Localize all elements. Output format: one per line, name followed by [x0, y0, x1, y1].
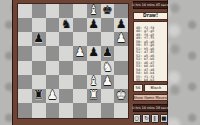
move-entry-text: 53: b6-b5	[136, 66, 154, 68]
square-g1[interactable]	[101, 103, 115, 117]
square-c6[interactable]	[46, 32, 60, 46]
square-d7[interactable]: ♞	[59, 18, 73, 32]
move-status-row: 56 Black	[133, 84, 168, 92]
square-a4[interactable]	[18, 61, 32, 75]
square-a3[interactable]	[18, 75, 32, 89]
square-d5[interactable]	[59, 46, 73, 60]
black-pawn-h7[interactable]: ♟	[114, 17, 128, 31]
square-a8[interactable]	[18, 4, 32, 18]
square-a5[interactable]	[18, 46, 32, 60]
white-clock-text: 0 hrs 14 mins 45 secs	[132, 3, 168, 7]
square-f4[interactable]	[87, 61, 101, 75]
show-game-moves-label: Show Game Moves	[134, 95, 167, 99]
move-entry-text: 51: d7-d5	[136, 52, 154, 54]
square-a2[interactable]	[18, 89, 32, 103]
draw-button[interactable]: Draw!	[133, 12, 168, 20]
square-h8[interactable]	[114, 4, 128, 18]
square-d8[interactable]	[59, 4, 73, 18]
record-button[interactable]: ○	[133, 114, 141, 124]
chess-board[interactable]: ♝♚♞♟♟♟♟♟♟♟♞♝♟♜♟♜♚	[17, 3, 129, 119]
square-d6[interactable]	[59, 32, 73, 46]
move-list[interactable]: 48: f2-f448: g7-g549: f4-g549: f7-f550: …	[133, 21, 168, 82]
move-number-box: 56	[133, 84, 143, 92]
white-bishop-f3[interactable]: ♝	[87, 74, 101, 88]
square-e8[interactable]	[73, 4, 87, 18]
side-panel: 0 hrs 14 mins 45 secs Draw! 48: f2-f448:…	[132, 0, 169, 125]
square-d3[interactable]	[59, 75, 73, 89]
square-e5[interactable]: ♟	[73, 46, 87, 60]
white-pawn-e5[interactable]: ♟	[73, 45, 87, 59]
move-entry-text: 50: h7-g6	[136, 45, 154, 47]
white-rook-f2[interactable]: ♜	[87, 88, 101, 102]
stop-button[interactable]: ■	[160, 114, 168, 124]
black-king-g8[interactable]: ♚	[101, 3, 115, 17]
square-h5[interactable]	[114, 46, 128, 60]
square-c3[interactable]	[46, 75, 60, 89]
square-g8[interactable]: ♚	[101, 4, 115, 18]
square-d4[interactable]	[59, 61, 73, 75]
black-pawn-b6[interactable]: ♟	[32, 31, 46, 45]
square-f1[interactable]	[87, 103, 101, 117]
square-g5[interactable]: ♟	[101, 46, 115, 60]
square-c2[interactable]: ♟	[46, 89, 60, 103]
square-h3[interactable]	[114, 75, 128, 89]
pause-icon: ‖	[154, 116, 157, 121]
square-h7[interactable]: ♟	[114, 18, 128, 32]
black-knight-d7[interactable]: ♞	[59, 17, 73, 31]
side-to-move-box: Black	[144, 84, 168, 92]
square-e2[interactable]	[73, 89, 87, 103]
square-c5[interactable]	[46, 46, 60, 60]
record-icon: ○	[135, 116, 140, 121]
square-c8[interactable]	[46, 4, 60, 18]
square-f8[interactable]: ♝	[87, 4, 101, 18]
black-pawn-f5[interactable]: ♟	[87, 45, 101, 59]
square-d1[interactable]	[59, 103, 73, 117]
square-c7[interactable]	[46, 18, 60, 32]
white-pawn-g3[interactable]: ♟	[101, 74, 115, 88]
move-entry-text: 54: b5-b4	[136, 73, 154, 75]
square-c4[interactable]	[46, 61, 60, 75]
draw-label: Draw!	[143, 13, 158, 18]
move-entry-text: 48: g7-g5	[136, 31, 154, 33]
black-clock: 0 hrs 14 mins 38 secs	[133, 104, 168, 112]
white-king-h2[interactable]: ♚	[114, 88, 128, 102]
square-a7[interactable]	[18, 18, 32, 32]
show-game-moves-button[interactable]: Show Game Moves	[133, 94, 168, 102]
square-f3[interactable]: ♝	[87, 75, 101, 89]
square-h6[interactable]: ♟	[114, 32, 128, 46]
square-g6[interactable]	[101, 32, 115, 46]
square-b4[interactable]	[32, 61, 46, 75]
square-e4[interactable]	[73, 61, 87, 75]
white-knight-g4[interactable]: ♞	[101, 60, 115, 74]
square-c1[interactable]	[46, 103, 60, 117]
square-g2[interactable]	[101, 89, 115, 103]
square-b6[interactable]: ♟	[32, 32, 46, 46]
move-number: 56	[135, 86, 140, 91]
square-e6[interactable]	[73, 32, 87, 46]
white-bishop-f8[interactable]: ♝	[87, 3, 101, 17]
square-h4[interactable]	[114, 61, 128, 75]
square-f7[interactable]: ♟	[87, 18, 101, 32]
square-g7[interactable]	[101, 18, 115, 32]
square-f5[interactable]: ♟	[87, 46, 101, 60]
square-a1[interactable]	[18, 103, 32, 117]
chess-app-window: ♝♚♞♟♟♟♟♟♟♟♞♝♟♜♟♜♚ 0 hrs 14 mins 45 secs …	[12, 0, 168, 125]
square-d2[interactable]	[59, 89, 73, 103]
white-clock: 0 hrs 14 mins 45 secs	[133, 1, 168, 9]
replay-button[interactable]: ↻	[142, 114, 150, 124]
square-b3[interactable]	[32, 75, 46, 89]
square-h2[interactable]: ♚	[114, 89, 128, 103]
square-h1[interactable]	[114, 103, 128, 117]
black-pawn-f7[interactable]: ♟	[87, 17, 101, 31]
square-e3[interactable]	[73, 75, 87, 89]
stop-icon: ■	[161, 116, 166, 121]
move-entry-text: 52: b7-b6	[136, 59, 154, 61]
side-to-move: Black	[151, 86, 162, 91]
square-g3[interactable]: ♟	[101, 75, 115, 89]
square-e7[interactable]	[73, 18, 87, 32]
black-clock-text: 0 hrs 14 mins 38 secs	[132, 106, 168, 110]
move-entry-text: 49: f7-f5	[136, 38, 154, 40]
desktop: ♝♚♞♟♟♟♟♟♟♟♞♝♟♜♟♜♚ 0 hrs 14 mins 45 secs …	[0, 0, 200, 125]
square-f2[interactable]: ♜	[87, 89, 101, 103]
square-f6[interactable]	[87, 32, 101, 46]
square-b2[interactable]: ♜	[32, 89, 46, 103]
square-b1[interactable]	[32, 103, 46, 117]
playback-controls: ○↻‖■	[133, 114, 168, 124]
pause-button[interactable]: ‖	[151, 114, 159, 124]
square-e1[interactable]	[73, 103, 87, 117]
black-pawn-g5[interactable]: ♟	[101, 45, 115, 59]
square-g4[interactable]: ♞	[101, 61, 115, 75]
black-rook-b2[interactable]: ♜	[32, 88, 46, 102]
white-pawn-h6[interactable]: ♟	[114, 31, 128, 45]
replay-icon: ↻	[144, 116, 149, 121]
square-b8[interactable]	[32, 4, 46, 18]
square-a6[interactable]	[18, 32, 32, 46]
white-pawn-c2[interactable]: ♟	[46, 88, 60, 102]
square-b7[interactable]	[32, 18, 46, 32]
square-b5[interactable]	[32, 46, 46, 60]
